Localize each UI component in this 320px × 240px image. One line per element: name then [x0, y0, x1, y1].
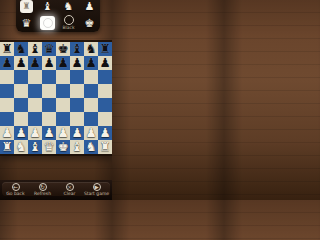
- square-c8[interactable]: ♝: [28, 42, 42, 56]
- palette-white-king[interactable]: ♚: [79, 14, 100, 32]
- square-h3[interactable]: [98, 112, 112, 126]
- square-b7[interactable]: ♟: [14, 56, 28, 70]
- black-pawn: ♟: [28, 56, 42, 70]
- square-b4[interactable]: [14, 98, 28, 112]
- square-a2[interactable]: ♟: [0, 126, 14, 140]
- white-rook: ♜: [98, 140, 112, 154]
- square-g7[interactable]: ♟: [84, 56, 98, 70]
- white-knight-icon: ♞: [64, 1, 74, 12]
- white-bishop-icon: ♝: [43, 1, 53, 12]
- black-pawn: ♟: [56, 56, 70, 70]
- palette-white-queen[interactable]: ♛: [16, 14, 37, 32]
- square-h5[interactable]: [98, 84, 112, 98]
- black-circle-icon: [64, 15, 74, 25]
- black-pawn: ♟: [84, 56, 98, 70]
- black-bishop: ♝: [70, 42, 84, 56]
- palette-white-pawn[interactable]: ♟: [79, 0, 100, 14]
- white-pawn: ♟: [56, 126, 70, 140]
- square-e8[interactable]: ♚: [56, 42, 70, 56]
- square-e4[interactable]: [56, 98, 70, 112]
- square-a7[interactable]: ♟: [0, 56, 14, 70]
- black-selector-label: Black: [62, 26, 74, 31]
- selected-piece-tile: ♜: [20, 0, 33, 13]
- square-g4[interactable]: [84, 98, 98, 112]
- black-pawn: ♟: [98, 56, 112, 70]
- black-king: ♚: [56, 42, 70, 56]
- square-f4[interactable]: [70, 98, 84, 112]
- square-d8[interactable]: ♛: [42, 42, 56, 56]
- start-game-label: Start game: [84, 191, 109, 197]
- square-e6[interactable]: [56, 70, 70, 84]
- white-knight: ♞: [14, 140, 28, 154]
- black-pawn: ♟: [14, 56, 28, 70]
- white-pawn: ♟: [70, 126, 84, 140]
- black-bishop: ♝: [28, 42, 42, 56]
- clear-button[interactable]: × Clear: [56, 182, 83, 197]
- square-b6[interactable]: [14, 70, 28, 84]
- square-b2[interactable]: ♟: [14, 126, 28, 140]
- white-queen-icon: ♛: [22, 18, 32, 29]
- square-b8[interactable]: ♞: [14, 42, 28, 56]
- palette-white-rook[interactable]: ♜: [16, 0, 37, 14]
- refresh-label: Refresh: [34, 191, 51, 197]
- chess-setup-screen: { "game": "chess", "position": { "fen": …: [0, 0, 112, 200]
- square-f5[interactable]: [70, 84, 84, 98]
- square-e2[interactable]: ♟: [56, 126, 70, 140]
- white-bishop: ♝: [28, 140, 42, 154]
- white-king: ♚: [56, 140, 70, 154]
- black-pawn: ♟: [42, 56, 56, 70]
- square-f2[interactable]: ♟: [70, 126, 84, 140]
- square-c5[interactable]: [28, 84, 42, 98]
- white-pawn: ♟: [98, 126, 112, 140]
- square-f8[interactable]: ♝: [70, 42, 84, 56]
- white-rook-icon: ♜: [22, 2, 30, 11]
- square-a6[interactable]: [0, 70, 14, 84]
- square-c2[interactable]: ♟: [28, 126, 42, 140]
- white-bishop: ♝: [70, 140, 84, 154]
- black-queen: ♛: [42, 42, 56, 56]
- toolbar: ← Go back ↻ Refresh × Clear ▶ Start game: [2, 182, 110, 196]
- square-c7[interactable]: ♟: [28, 56, 42, 70]
- square-d4[interactable]: [42, 98, 56, 112]
- square-h8[interactable]: ♜: [98, 42, 112, 56]
- square-c3[interactable]: [28, 112, 42, 126]
- square-h4[interactable]: [98, 98, 112, 112]
- square-c6[interactable]: [28, 70, 42, 84]
- clear-label: Clear: [64, 191, 76, 197]
- square-b1[interactable]: ♞: [14, 140, 28, 154]
- square-d5[interactable]: [42, 84, 56, 98]
- white-color-selector[interactable]: [37, 14, 58, 32]
- refresh-button[interactable]: ↻ Refresh: [29, 182, 56, 197]
- square-g8[interactable]: ♞: [84, 42, 98, 56]
- square-e1[interactable]: ♚: [56, 140, 70, 154]
- white-pawn: ♟: [84, 126, 98, 140]
- square-d3[interactable]: [42, 112, 56, 126]
- square-a3[interactable]: [0, 112, 14, 126]
- black-knight: ♞: [14, 42, 28, 56]
- square-a4[interactable]: [0, 98, 14, 112]
- piece-palette: ♜ ♝ ♞ ♟ ♛ Black ♚: [16, 0, 100, 32]
- white-pawn-icon: ♟: [85, 1, 95, 12]
- square-f3[interactable]: [70, 112, 84, 126]
- square-a5[interactable]: [0, 84, 14, 98]
- square-c4[interactable]: [28, 98, 42, 112]
- white-pawn: ♟: [28, 126, 42, 140]
- black-pawn: ♟: [0, 56, 14, 70]
- black-rook: ♜: [98, 42, 112, 56]
- white-queen: ♛: [42, 140, 56, 154]
- square-h1[interactable]: ♜: [98, 140, 112, 154]
- play-icon: ▶: [93, 183, 101, 191]
- go-back-label: Go back: [6, 191, 24, 197]
- start-game-button[interactable]: ▶ Start game: [83, 182, 110, 197]
- white-selected-tile: [40, 16, 55, 30]
- square-d2[interactable]: ♟: [42, 126, 56, 140]
- square-f6[interactable]: [70, 70, 84, 84]
- square-b3[interactable]: [14, 112, 28, 126]
- black-pawn: ♟: [70, 56, 84, 70]
- square-d7[interactable]: ♟: [42, 56, 56, 70]
- back-icon: ←: [12, 183, 20, 191]
- palette-white-knight[interactable]: ♞: [58, 0, 79, 14]
- square-a1[interactable]: ♜: [0, 140, 14, 154]
- square-h6[interactable]: [98, 70, 112, 84]
- white-pawn: ♟: [14, 126, 28, 140]
- white-king-icon: ♚: [85, 18, 95, 29]
- square-h2[interactable]: ♟: [98, 126, 112, 140]
- refresh-icon: ↻: [39, 183, 47, 191]
- square-g1[interactable]: ♞: [84, 140, 98, 154]
- white-knight: ♞: [84, 140, 98, 154]
- go-back-button[interactable]: ← Go back: [2, 182, 29, 197]
- square-g6[interactable]: [84, 70, 98, 84]
- black-knight: ♞: [84, 42, 98, 56]
- square-h7[interactable]: ♟: [98, 56, 112, 70]
- square-e7[interactable]: ♟: [56, 56, 70, 70]
- black-color-selector[interactable]: Black: [58, 14, 79, 32]
- white-pawn: ♟: [42, 126, 56, 140]
- square-g2[interactable]: ♟: [84, 126, 98, 140]
- bottom-bar: ← Go back ↻ Refresh × Clear ▶ Start game: [0, 180, 112, 200]
- white-pawn: ♟: [0, 126, 14, 140]
- square-c1[interactable]: ♝: [28, 140, 42, 154]
- clear-icon: ×: [66, 183, 74, 191]
- square-e5[interactable]: [56, 84, 70, 98]
- square-g5[interactable]: [84, 84, 98, 98]
- square-f7[interactable]: ♟: [70, 56, 84, 70]
- black-rook: ♜: [0, 42, 14, 56]
- square-b5[interactable]: [14, 84, 28, 98]
- square-f1[interactable]: ♝: [70, 140, 84, 154]
- palette-white-bishop[interactable]: ♝: [37, 0, 58, 14]
- square-d6[interactable]: [42, 70, 56, 84]
- square-d1[interactable]: ♛: [42, 140, 56, 154]
- square-e3[interactable]: [56, 112, 70, 126]
- white-rook: ♜: [0, 140, 14, 154]
- chess-board: ♜♞♝♛♚♝♞♜♟♟♟♟♟♟♟♟♟♟♟♟♟♟♟♟♜♞♝♛♚♝♞♜: [0, 42, 112, 154]
- square-g3[interactable]: [84, 112, 98, 126]
- square-a8[interactable]: ♜: [0, 42, 14, 56]
